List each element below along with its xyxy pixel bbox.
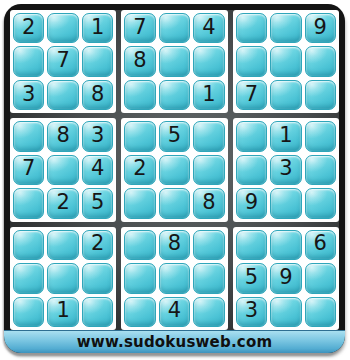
cell-r9c1[interactable]	[13, 297, 44, 327]
box-r3c2: 84	[121, 227, 227, 330]
cell-r1c8[interactable]	[270, 13, 301, 43]
given-digit: 3	[22, 84, 35, 105]
site-url[interactable]: www.sudokusweb.com	[77, 333, 272, 351]
cell-r8c5[interactable]	[159, 263, 190, 293]
cell-r9c9[interactable]	[305, 297, 336, 327]
given-digit: 4	[202, 17, 215, 38]
cell-r8c3[interactable]	[82, 263, 113, 293]
cell-r7c2[interactable]	[47, 230, 78, 260]
cell-r3c5[interactable]	[159, 80, 190, 110]
cell-r3c1[interactable]: 3	[13, 80, 44, 110]
given-digit: 8	[168, 233, 181, 254]
cell-r2c5[interactable]	[159, 46, 190, 76]
cell-r1c5[interactable]	[159, 13, 190, 43]
cell-r2c9[interactable]	[305, 46, 336, 76]
cell-r4c1[interactable]	[13, 121, 44, 151]
cell-r6c9[interactable]	[305, 188, 336, 218]
cell-r7c8[interactable]	[270, 230, 301, 260]
cell-r1c9[interactable]: 9	[305, 13, 336, 43]
box-r1c1: 21738	[10, 10, 116, 113]
given-digit: 9	[245, 192, 258, 213]
cell-r3c2[interactable]	[47, 80, 78, 110]
cell-r9c6[interactable]	[193, 297, 224, 327]
given-digit: 6	[314, 233, 327, 254]
given-digit: 7	[133, 17, 146, 38]
cell-r6c6[interactable]: 8	[193, 188, 224, 218]
cell-r6c5[interactable]	[159, 188, 190, 218]
sudoku-plaque: 21738 7481 97 837425 528 139 21 84 6593 …	[4, 4, 345, 353]
cell-r1c3[interactable]: 1	[82, 13, 113, 43]
cell-r2c2[interactable]: 7	[47, 46, 78, 76]
given-digit: 7	[22, 158, 35, 179]
cell-r3c6[interactable]: 1	[193, 80, 224, 110]
cell-r9c4[interactable]	[124, 297, 155, 327]
cell-r7c5[interactable]: 8	[159, 230, 190, 260]
cell-r4c5[interactable]: 5	[159, 121, 190, 151]
cell-r9c5[interactable]: 4	[159, 297, 190, 327]
cell-r2c6[interactable]	[193, 46, 224, 76]
cell-r6c7[interactable]: 9	[236, 188, 267, 218]
cell-r9c3[interactable]	[82, 297, 113, 327]
cell-r5c2[interactable]	[47, 155, 78, 185]
cell-r5c1[interactable]: 7	[13, 155, 44, 185]
cell-r7c6[interactable]	[193, 230, 224, 260]
cell-r2c3[interactable]	[82, 46, 113, 76]
cell-r5c4[interactable]: 2	[124, 155, 155, 185]
cell-r6c4[interactable]	[124, 188, 155, 218]
cell-r1c6[interactable]: 4	[193, 13, 224, 43]
cell-r8c7[interactable]: 5	[236, 263, 267, 293]
cell-r6c1[interactable]	[13, 188, 44, 218]
given-digit: 2	[91, 233, 104, 254]
given-digit: 8	[56, 125, 69, 146]
given-digit: 1	[202, 84, 215, 105]
cell-r8c4[interactable]	[124, 263, 155, 293]
cell-r7c9[interactable]: 6	[305, 230, 336, 260]
cell-r8c6[interactable]	[193, 263, 224, 293]
given-digit: 4	[91, 158, 104, 179]
cell-r8c8[interactable]: 9	[270, 263, 301, 293]
cell-r5c5[interactable]	[159, 155, 190, 185]
given-digit: 5	[168, 125, 181, 146]
cell-r6c3[interactable]: 5	[82, 188, 113, 218]
cell-r4c6[interactable]	[193, 121, 224, 151]
given-digit: 1	[279, 125, 292, 146]
given-digit: 2	[133, 158, 146, 179]
given-digit: 9	[279, 267, 292, 288]
cell-r7c4[interactable]	[124, 230, 155, 260]
sudoku-page: 21738 7481 97 837425 528 139 21 84 6593 …	[0, 0, 350, 360]
cell-r5c9[interactable]	[305, 155, 336, 185]
sudoku-board: 21738 7481 97 837425 528 139 21 84 6593	[10, 10, 339, 330]
cell-r4c4[interactable]	[124, 121, 155, 151]
given-digit: 5	[245, 267, 258, 288]
cell-r2c7[interactable]	[236, 46, 267, 76]
cell-r4c3[interactable]: 3	[82, 121, 113, 151]
given-digit: 1	[56, 300, 69, 321]
cell-r4c8[interactable]: 1	[270, 121, 301, 151]
cell-r7c7[interactable]	[236, 230, 267, 260]
cell-r9c7[interactable]: 3	[236, 297, 267, 327]
box-r3c1: 21	[10, 227, 116, 330]
box-r2c2: 528	[121, 118, 227, 221]
cell-r8c1[interactable]	[13, 263, 44, 293]
cell-r6c8[interactable]	[270, 188, 301, 218]
cell-r3c3[interactable]: 8	[82, 80, 113, 110]
cell-r7c1[interactable]	[13, 230, 44, 260]
given-digit: 4	[168, 300, 181, 321]
given-digit: 8	[133, 50, 146, 71]
given-digit: 7	[245, 84, 258, 105]
given-digit: 9	[314, 17, 327, 38]
cell-r1c1[interactable]: 2	[13, 13, 44, 43]
cell-r2c4[interactable]: 8	[124, 46, 155, 76]
given-digit: 2	[56, 192, 69, 213]
cell-r2c8[interactable]	[270, 46, 301, 76]
given-digit: 3	[279, 158, 292, 179]
cell-r9c2[interactable]: 1	[47, 297, 78, 327]
given-digit: 7	[56, 50, 69, 71]
cell-r3c8[interactable]	[270, 80, 301, 110]
cell-r5c6[interactable]	[193, 155, 224, 185]
cell-r9c8[interactable]	[270, 297, 301, 327]
cell-r4c9[interactable]	[305, 121, 336, 151]
cell-r5c8[interactable]: 3	[270, 155, 301, 185]
cell-r7c3[interactable]: 2	[82, 230, 113, 260]
given-digit: 3	[245, 300, 258, 321]
cell-r5c3[interactable]: 4	[82, 155, 113, 185]
cell-r3c4[interactable]	[124, 80, 155, 110]
cell-r1c4[interactable]: 7	[124, 13, 155, 43]
box-r1c3: 97	[233, 10, 339, 113]
cell-r8c2[interactable]	[47, 263, 78, 293]
cell-r3c7[interactable]: 7	[236, 80, 267, 110]
box-r2c3: 139	[233, 118, 339, 221]
given-digit: 8	[202, 192, 215, 213]
cell-r4c2[interactable]: 8	[47, 121, 78, 151]
given-digit: 5	[91, 192, 104, 213]
cell-r3c9[interactable]	[305, 80, 336, 110]
given-digit: 2	[22, 17, 35, 38]
footer-banner: www.sudokusweb.com	[4, 330, 345, 353]
cell-r8c9[interactable]	[305, 263, 336, 293]
cell-r2c1[interactable]	[13, 46, 44, 76]
box-r2c1: 837425	[10, 118, 116, 221]
given-digit: 8	[91, 84, 104, 105]
cell-r6c2[interactable]: 2	[47, 188, 78, 218]
box-r3c3: 6593	[233, 227, 339, 330]
given-digit: 1	[91, 17, 104, 38]
cell-r5c7[interactable]	[236, 155, 267, 185]
cell-r1c2[interactable]	[47, 13, 78, 43]
given-digit: 3	[91, 125, 104, 146]
cell-r1c7[interactable]	[236, 13, 267, 43]
cell-r4c7[interactable]	[236, 121, 267, 151]
box-r1c2: 7481	[121, 10, 227, 113]
